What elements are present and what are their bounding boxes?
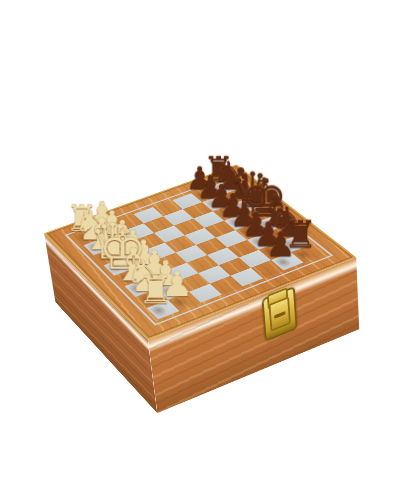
product-photo-canvas: ♜♞♝♛♚♝♞♜♟♟♟♟♟♟♟♟♟♟♟♟♟♟♟♟♜♞♝♛♚♝♞♜ — [0, 0, 400, 500]
brass-clasp — [262, 286, 298, 342]
wooden-chess-box-lid: ♜♞♝♛♚♝♞♜♟♟♟♟♟♟♟♟♟♟♟♟♟♟♟♟♜♞♝♛♚♝♞♜ — [44, 165, 356, 340]
camera-tilt: ♜♞♝♛♚♝♞♜♟♟♟♟♟♟♟♟♟♟♟♟♟♟♟♟♜♞♝♛♚♝♞♜ — [0, 0, 400, 500]
photo-stage: ♜♞♝♛♚♝♞♜♟♟♟♟♟♟♟♟♟♟♟♟♟♟♟♟♜♞♝♛♚♝♞♜ — [0, 0, 400, 500]
piece-black-pawn: ♟ — [254, 227, 306, 261]
square-h1: ♜ — [147, 300, 180, 320]
piece-white-rook: ♜ — [129, 270, 183, 309]
clasp-slot — [274, 311, 285, 319]
